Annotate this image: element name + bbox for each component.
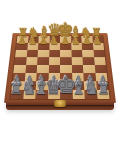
square-g5[interactable] — [82, 57, 94, 65]
square-b5[interactable] — [26, 57, 38, 65]
square-f6[interactable] — [71, 50, 82, 57]
square-g6[interactable] — [82, 50, 94, 57]
piece-black-pawn-f7[interactable]: ♟ — [72, 36, 81, 46]
square-d5[interactable] — [49, 57, 60, 65]
square-a5[interactable] — [14, 57, 26, 65]
brass-latch[interactable] — [54, 100, 66, 107]
piece-black-pawn-e7[interactable]: ♟ — [61, 36, 70, 46]
piece-black-pawn-d7[interactable]: ♟ — [50, 36, 59, 46]
square-h6[interactable] — [93, 50, 105, 57]
square-c6[interactable] — [38, 50, 49, 57]
square-g4[interactable] — [83, 65, 95, 73]
piece-white-rook-h1[interactable]: ♜ — [97, 82, 110, 97]
square-c5[interactable] — [37, 57, 49, 65]
piece-black-pawn-g7[interactable]: ♟ — [82, 36, 91, 46]
square-d6[interactable] — [49, 50, 60, 57]
piece-black-pawn-h7[interactable]: ♟ — [93, 36, 102, 46]
square-e5[interactable] — [60, 57, 71, 65]
square-e6[interactable] — [60, 50, 71, 57]
square-a4[interactable] — [13, 65, 25, 73]
square-h4[interactable] — [94, 65, 106, 73]
square-b6[interactable] — [26, 50, 38, 57]
square-f5[interactable] — [71, 57, 83, 65]
square-a6[interactable] — [15, 50, 27, 57]
square-c4[interactable] — [37, 65, 49, 73]
piece-black-pawn-c7[interactable]: ♟ — [39, 36, 48, 46]
chess-set-photo: ♜♞♝♛♚♝♞♜♟♟♟♟♟♟♟♟♟♟♟♟♟♟♟♟♜♞♝♛♚♝♞♜ — [0, 0, 120, 144]
piece-black-pawn-b7[interactable]: ♟ — [29, 36, 38, 46]
square-h5[interactable] — [94, 57, 106, 65]
piece-black-pawn-a7[interactable]: ♟ — [18, 36, 27, 46]
square-b4[interactable] — [25, 65, 37, 73]
